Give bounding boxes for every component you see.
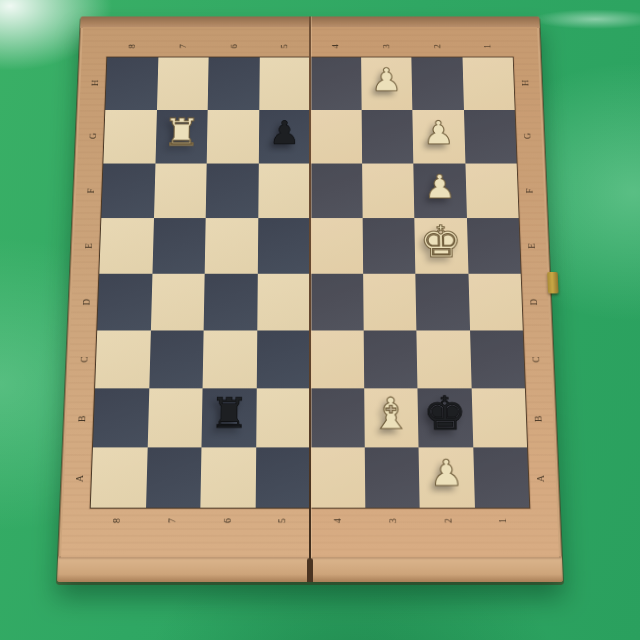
coord-left-g: G [63,127,122,145]
coord-bottom-3: 3 [381,494,405,548]
coord-left-b: B [51,409,113,429]
square-g6 [207,110,259,164]
piece-white-rook-g7: ♜ [162,113,200,151]
square-e2: ♚ [414,218,468,274]
square-f7 [154,164,207,219]
coord-top-2: 2 [427,23,447,69]
square-c4 [310,330,364,388]
square-f3 [362,164,415,219]
square-g3 [361,110,413,164]
square-c2 [416,330,471,388]
square-g4 [310,110,362,164]
coord-right-e: E [501,236,561,255]
square-f5 [258,164,310,219]
square-h3: ♟ [361,57,413,110]
piece-black-pawn-g5: ♟ [268,116,300,148]
square-e4 [310,218,363,274]
square-d4 [310,274,363,331]
square-e3 [362,218,415,274]
piece-black-king-b2: ♚ [423,390,468,437]
brass-latch [547,272,558,293]
coord-top-7: 7 [173,23,193,69]
coord-bottom-4: 4 [326,494,349,548]
square-g7: ♜ [155,110,208,164]
coord-top-8: 8 [122,23,143,69]
square-e7 [152,218,206,274]
coord-left-c: C [53,350,115,369]
piece-white-pawn-f2: ♟ [423,170,456,203]
piece-white-bishop-b3: ♝ [371,392,412,435]
coord-bottom-1: 1 [491,494,516,548]
coord-left-e: E [58,236,118,255]
square-b7 [147,388,202,447]
coord-left-f: F [61,181,121,199]
square-b2: ♚ [417,388,472,447]
fold-seam-notch [307,558,313,582]
coord-right-d: D [503,293,564,312]
coord-bottom-8: 8 [105,494,130,548]
coord-left-a: A [48,468,111,488]
square-d6 [204,274,258,331]
table-background: 87654321 87654321 HGFEDCBA HGFEDCBA ♟♜♟♟… [0,0,640,640]
square-e5 [257,218,310,274]
coord-top-4: 4 [326,23,345,69]
square-c5 [256,330,310,388]
square-c6 [203,330,257,388]
coord-right-h: H [496,74,555,92]
square-g5: ♟ [258,110,310,164]
coord-right-g: G [498,127,557,145]
square-c7 [149,330,204,388]
coord-right-f: F [499,181,559,199]
fold-seam [309,16,311,582]
coord-bottom-6: 6 [215,494,239,548]
chess-board: 87654321 87654321 HGFEDCBA HGFEDCBA ♟♜♟♟… [57,16,563,582]
coord-left-h: H [65,74,124,92]
square-c3 [363,330,417,388]
piece-white-pawn-h3: ♟ [371,64,403,96]
coord-top-5: 5 [275,23,294,69]
piece-white-king-e2: ♚ [419,219,462,263]
square-b3: ♝ [364,388,419,447]
square-b5 [256,388,310,447]
square-d7 [150,274,204,331]
square-f6 [206,164,259,219]
coord-top-1: 1 [478,23,499,69]
coord-bottom-7: 7 [160,494,184,548]
coord-right-a: A [509,468,572,488]
coord-bottom-2: 2 [436,494,460,548]
square-f4 [310,164,362,219]
square-d3 [363,274,417,331]
piece-black-rook-b6: ♜ [209,392,249,434]
coord-right-c: C [505,350,567,369]
square-d5 [257,274,310,331]
coord-left-d: D [56,293,117,312]
coord-right-b: B [507,409,569,429]
piece-white-pawn-g2: ♟ [422,116,454,148]
square-e6 [205,218,258,274]
piece-white-pawn-a2: ♟ [429,455,463,491]
square-g2: ♟ [412,110,465,164]
square-b6: ♜ [201,388,256,447]
square-b4 [310,388,364,447]
coord-top-6: 6 [224,23,244,69]
square-d2 [415,274,469,331]
coord-bottom-5: 5 [271,494,294,548]
square-f2: ♟ [413,164,466,219]
